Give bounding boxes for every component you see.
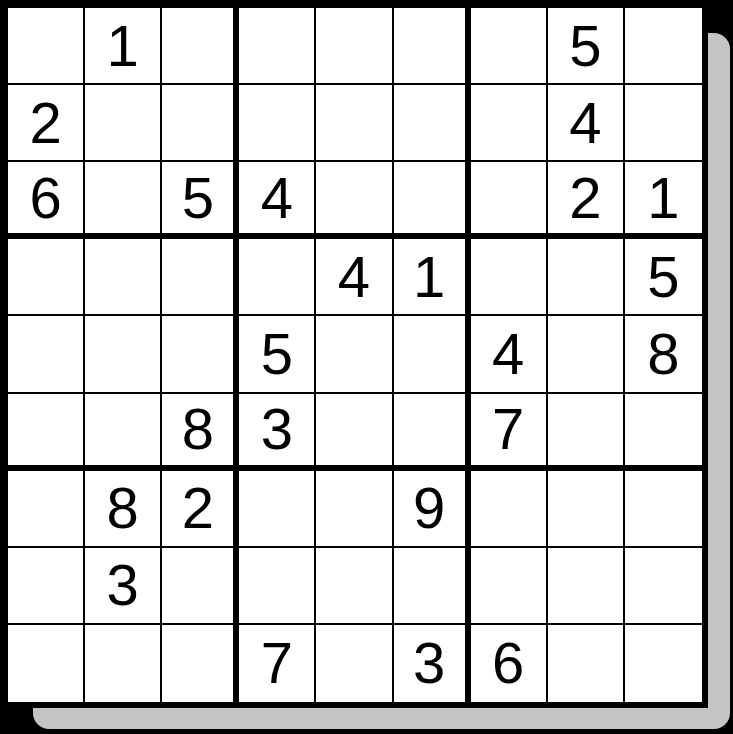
cell-r8c4[interactable] xyxy=(239,548,316,625)
cell-r8c7[interactable] xyxy=(471,548,548,625)
cell-r2c5[interactable] xyxy=(316,85,393,162)
cell-r5c8[interactable] xyxy=(548,316,625,393)
cell-r5c5[interactable] xyxy=(316,316,393,393)
cell-r8c6[interactable] xyxy=(394,548,471,625)
cell-r2c2[interactable] xyxy=(85,85,162,162)
cell-r7c4[interactable] xyxy=(239,471,316,548)
cell-r4c6[interactable]: 1 xyxy=(394,239,471,316)
cell-r4c3[interactable] xyxy=(162,239,239,316)
cell-r4c4[interactable] xyxy=(239,239,316,316)
cell-r5c2[interactable] xyxy=(85,316,162,393)
cell-r9c3[interactable] xyxy=(162,625,239,702)
cell-r6c4[interactable]: 3 xyxy=(239,394,316,471)
cell-r9c6[interactable]: 3 xyxy=(394,625,471,702)
cell-r8c8[interactable] xyxy=(548,548,625,625)
cell-r8c1[interactable] xyxy=(8,548,85,625)
cell-r1c8[interactable]: 5 xyxy=(548,8,625,85)
cell-r3c5[interactable] xyxy=(316,162,393,239)
cell-r2c4[interactable] xyxy=(239,85,316,162)
cell-r4c2[interactable] xyxy=(85,239,162,316)
cell-r7c5[interactable] xyxy=(316,471,393,548)
cell-r5c3[interactable] xyxy=(162,316,239,393)
cell-r6c5[interactable] xyxy=(316,394,393,471)
cell-r2c9[interactable] xyxy=(625,85,702,162)
cell-r4c7[interactable] xyxy=(471,239,548,316)
cell-r1c7[interactable] xyxy=(471,8,548,85)
cell-r4c1[interactable] xyxy=(8,239,85,316)
cell-r5c4[interactable]: 5 xyxy=(239,316,316,393)
cell-r6c1[interactable] xyxy=(8,394,85,471)
cell-r4c9[interactable]: 5 xyxy=(625,239,702,316)
cell-r3c4[interactable]: 4 xyxy=(239,162,316,239)
cell-r7c3[interactable]: 2 xyxy=(162,471,239,548)
cell-r7c6[interactable]: 9 xyxy=(394,471,471,548)
cell-r6c3[interactable]: 8 xyxy=(162,394,239,471)
cell-r9c2[interactable] xyxy=(85,625,162,702)
cell-r9c7[interactable]: 6 xyxy=(471,625,548,702)
cell-r2c8[interactable]: 4 xyxy=(548,85,625,162)
cell-r9c5[interactable] xyxy=(316,625,393,702)
cell-r2c7[interactable] xyxy=(471,85,548,162)
cell-r7c2[interactable]: 8 xyxy=(85,471,162,548)
cell-r8c5[interactable] xyxy=(316,548,393,625)
cell-r7c8[interactable] xyxy=(548,471,625,548)
cell-r3c6[interactable] xyxy=(394,162,471,239)
cell-r1c4[interactable] xyxy=(239,8,316,85)
sudoku-page: 1524654214155488378293736 xyxy=(0,0,733,734)
cell-r9c4[interactable]: 7 xyxy=(239,625,316,702)
cell-r6c2[interactable] xyxy=(85,394,162,471)
cell-r3c3[interactable]: 5 xyxy=(162,162,239,239)
cell-r8c2[interactable]: 3 xyxy=(85,548,162,625)
cell-r1c9[interactable] xyxy=(625,8,702,85)
cell-r3c8[interactable]: 2 xyxy=(548,162,625,239)
cell-r6c7[interactable]: 7 xyxy=(471,394,548,471)
cell-r7c1[interactable] xyxy=(8,471,85,548)
cell-r2c6[interactable] xyxy=(394,85,471,162)
cell-r6c6[interactable] xyxy=(394,394,471,471)
cell-r8c3[interactable] xyxy=(162,548,239,625)
cell-r5c1[interactable] xyxy=(8,316,85,393)
cell-r5c7[interactable]: 4 xyxy=(471,316,548,393)
cell-r9c8[interactable] xyxy=(548,625,625,702)
cell-r4c8[interactable] xyxy=(548,239,625,316)
cell-r1c1[interactable] xyxy=(8,8,85,85)
cell-r1c5[interactable] xyxy=(316,8,393,85)
cell-r7c7[interactable] xyxy=(471,471,548,548)
sudoku-board: 1524654214155488378293736 xyxy=(2,2,708,708)
cell-r9c1[interactable] xyxy=(8,625,85,702)
cell-r6c9[interactable] xyxy=(625,394,702,471)
cell-r9c9[interactable] xyxy=(625,625,702,702)
cell-r4c5[interactable]: 4 xyxy=(316,239,393,316)
cell-r3c7[interactable] xyxy=(471,162,548,239)
cell-r7c9[interactable] xyxy=(625,471,702,548)
cell-r3c2[interactable] xyxy=(85,162,162,239)
cell-r1c2[interactable]: 1 xyxy=(85,8,162,85)
cell-r2c1[interactable]: 2 xyxy=(8,85,85,162)
cell-r1c6[interactable] xyxy=(394,8,471,85)
cell-r3c9[interactable]: 1 xyxy=(625,162,702,239)
cell-r2c3[interactable] xyxy=(162,85,239,162)
cell-r3c1[interactable]: 6 xyxy=(8,162,85,239)
cell-r1c3[interactable] xyxy=(162,8,239,85)
cell-r5c6[interactable] xyxy=(394,316,471,393)
cell-r6c8[interactable] xyxy=(548,394,625,471)
cell-r8c9[interactable] xyxy=(625,548,702,625)
cell-r5c9[interactable]: 8 xyxy=(625,316,702,393)
